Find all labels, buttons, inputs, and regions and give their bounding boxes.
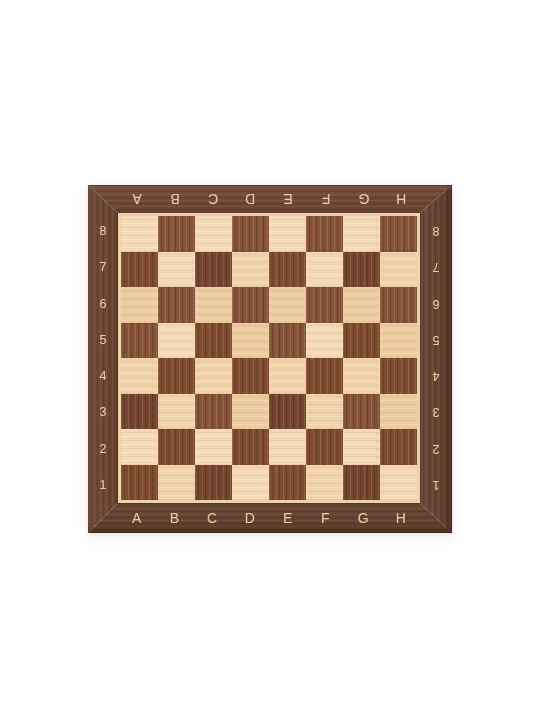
square-b1[interactable] (158, 465, 195, 501)
rank-label-right-7: 7 (420, 249, 452, 285)
file-label-bottom-h: H (382, 503, 420, 533)
file-label-bottom-d: D (231, 503, 269, 533)
square-g5[interactable] (343, 323, 380, 359)
square-e5[interactable] (269, 323, 306, 359)
square-f7[interactable] (306, 252, 343, 288)
rank-label-left-3: 3 (88, 394, 118, 430)
square-g6[interactable] (343, 287, 380, 323)
square-e2[interactable] (269, 429, 306, 465)
square-d5[interactable] (232, 323, 269, 359)
square-c1[interactable] (195, 465, 232, 501)
rank-labels-right: 87654321 (420, 213, 452, 503)
square-e3[interactable] (269, 394, 306, 430)
square-f8[interactable] (306, 216, 343, 252)
square-d2[interactable] (232, 429, 269, 465)
square-e7[interactable] (269, 252, 306, 288)
square-g7[interactable] (343, 252, 380, 288)
square-e1[interactable] (269, 465, 306, 501)
square-a7[interactable] (121, 252, 158, 288)
rank-label-left-6: 6 (88, 286, 118, 322)
square-c2[interactable] (195, 429, 232, 465)
square-c6[interactable] (195, 287, 232, 323)
square-g1[interactable] (343, 465, 380, 501)
square-c8[interactable] (195, 216, 232, 252)
square-b4[interactable] (158, 358, 195, 394)
square-e6[interactable] (269, 287, 306, 323)
square-f6[interactable] (306, 287, 343, 323)
square-f2[interactable] (306, 429, 343, 465)
rank-label-left-7: 7 (88, 249, 118, 285)
file-label-top-h: H (382, 185, 420, 213)
rank-label-left-4: 4 (88, 358, 118, 394)
file-labels-bottom: ABCDEFGH (118, 503, 420, 533)
square-c4[interactable] (195, 358, 232, 394)
square-h1[interactable] (380, 465, 417, 501)
rank-label-left-1: 1 (88, 467, 118, 503)
file-label-bottom-e: E (269, 503, 307, 533)
square-e4[interactable] (269, 358, 306, 394)
square-d3[interactable] (232, 394, 269, 430)
square-a1[interactable] (121, 465, 158, 501)
file-label-top-g: G (345, 185, 383, 213)
square-h3[interactable] (380, 394, 417, 430)
file-labels-top: ABCDEFGH (118, 185, 420, 213)
rank-label-right-3: 3 (420, 394, 452, 430)
square-a2[interactable] (121, 429, 158, 465)
square-f1[interactable] (306, 465, 343, 501)
square-h5[interactable] (380, 323, 417, 359)
file-label-bottom-b: B (156, 503, 194, 533)
file-label-top-f: F (307, 185, 345, 213)
square-b6[interactable] (158, 287, 195, 323)
chess-board: ABCDEFGH ABCDEFGH 87654321 87654321 (88, 185, 452, 533)
square-b7[interactable] (158, 252, 195, 288)
square-g3[interactable] (343, 394, 380, 430)
square-a6[interactable] (121, 287, 158, 323)
file-label-top-c: C (194, 185, 232, 213)
square-b8[interactable] (158, 216, 195, 252)
square-h8[interactable] (380, 216, 417, 252)
product-photo-canvas: ABCDEFGH ABCDEFGH 87654321 87654321 (0, 0, 540, 720)
rank-label-right-1: 1 (420, 467, 452, 503)
square-d6[interactable] (232, 287, 269, 323)
rank-label-right-5: 5 (420, 322, 452, 358)
rank-label-right-6: 6 (420, 286, 452, 322)
square-c3[interactable] (195, 394, 232, 430)
square-a4[interactable] (121, 358, 158, 394)
square-g4[interactable] (343, 358, 380, 394)
square-a5[interactable] (121, 323, 158, 359)
rank-label-right-4: 4 (420, 358, 452, 394)
square-d4[interactable] (232, 358, 269, 394)
square-g2[interactable] (343, 429, 380, 465)
square-b5[interactable] (158, 323, 195, 359)
square-g8[interactable] (343, 216, 380, 252)
square-h2[interactable] (380, 429, 417, 465)
rank-label-left-5: 5 (88, 322, 118, 358)
square-d7[interactable] (232, 252, 269, 288)
file-label-top-a: A (118, 185, 156, 213)
file-label-bottom-a: A (118, 503, 156, 533)
rank-label-right-2: 2 (420, 431, 452, 467)
rank-label-right-8: 8 (420, 213, 452, 249)
file-label-bottom-g: G (345, 503, 383, 533)
square-e8[interactable] (269, 216, 306, 252)
square-b3[interactable] (158, 394, 195, 430)
square-d8[interactable] (232, 216, 269, 252)
square-f5[interactable] (306, 323, 343, 359)
square-a3[interactable] (121, 394, 158, 430)
file-label-bottom-f: F (307, 503, 345, 533)
square-c5[interactable] (195, 323, 232, 359)
board-grid (118, 213, 420, 503)
square-h6[interactable] (380, 287, 417, 323)
file-label-bottom-c: C (194, 503, 232, 533)
square-c7[interactable] (195, 252, 232, 288)
file-label-top-b: B (156, 185, 194, 213)
rank-label-left-2: 2 (88, 431, 118, 467)
square-h7[interactable] (380, 252, 417, 288)
square-f3[interactable] (306, 394, 343, 430)
file-label-top-e: E (269, 185, 307, 213)
square-h4[interactable] (380, 358, 417, 394)
square-a8[interactable] (121, 216, 158, 252)
file-label-top-d: D (231, 185, 269, 213)
rank-labels-left: 87654321 (88, 213, 118, 503)
square-d1[interactable] (232, 465, 269, 501)
rank-label-left-8: 8 (88, 213, 118, 249)
square-b2[interactable] (158, 429, 195, 465)
square-f4[interactable] (306, 358, 343, 394)
